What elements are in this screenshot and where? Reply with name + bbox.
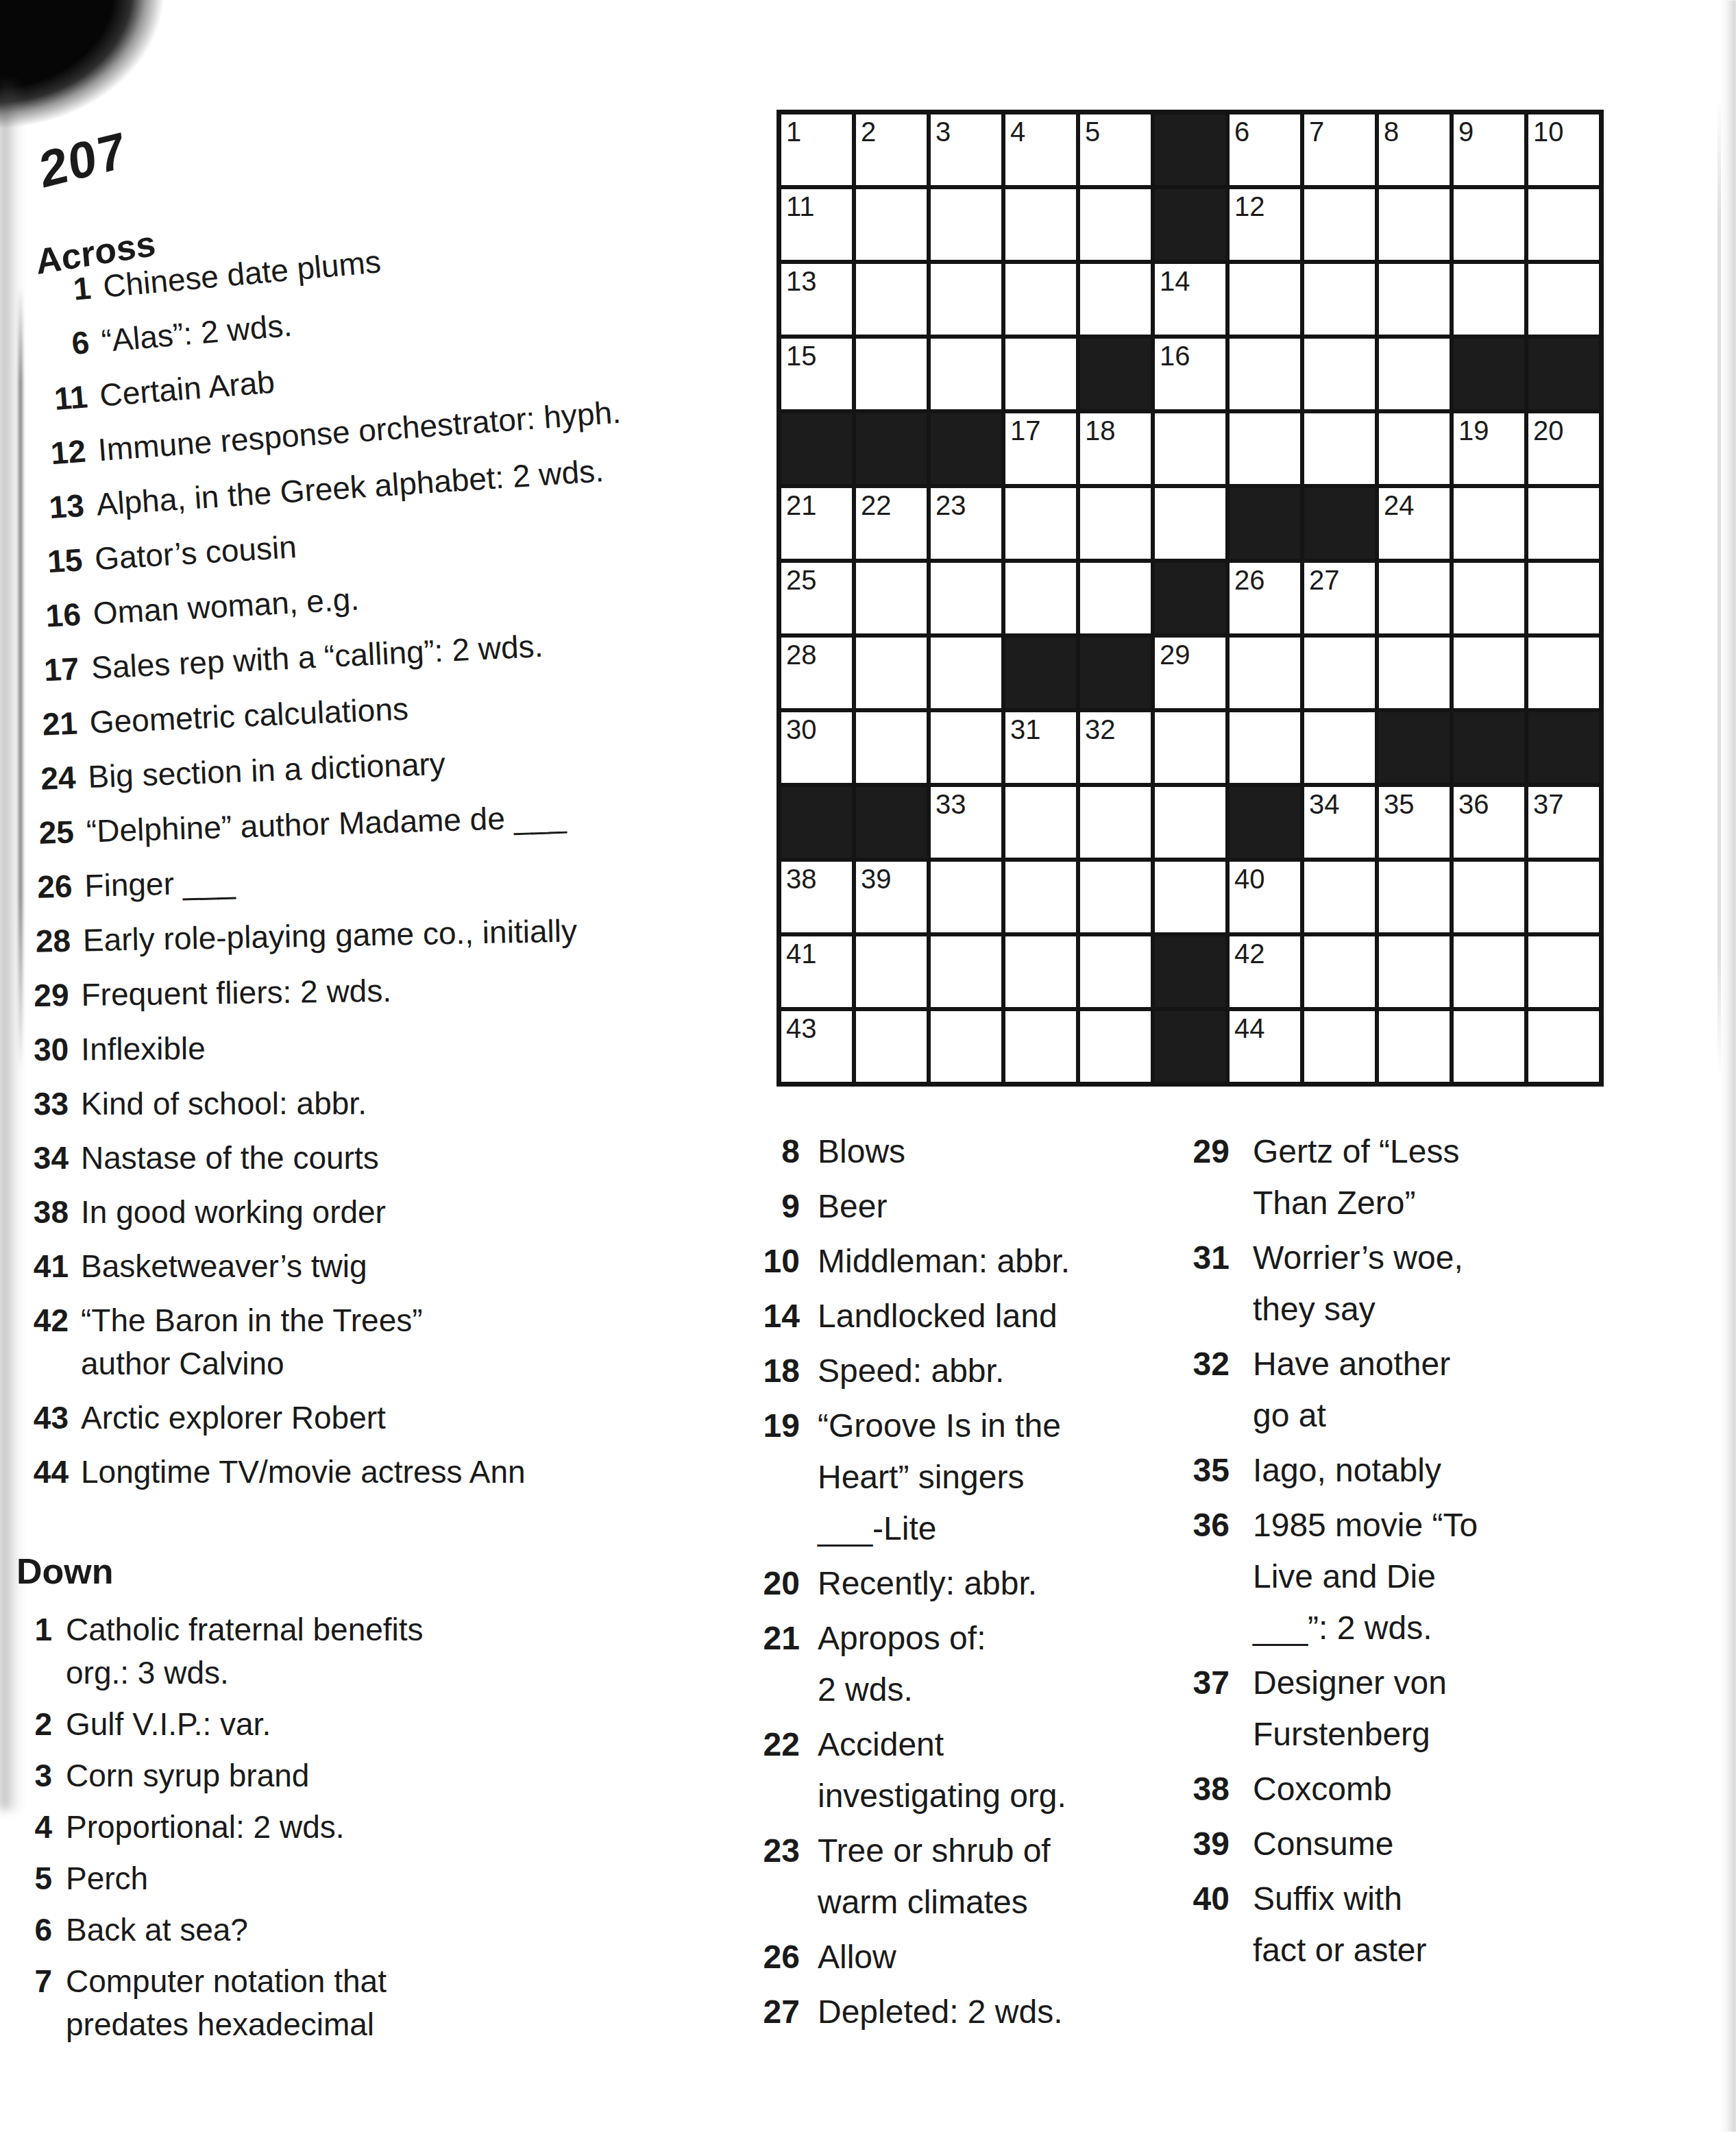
- down-clue-5: 5Perch: [16, 1857, 777, 1900]
- down-clue-22: 22Accident investigating org.: [749, 1719, 1229, 1821]
- clue-number: 44: [27, 1451, 69, 1494]
- crossword-grid: 1234567891011121314151617181920212223242…: [777, 110, 1604, 1087]
- cell-number-32: 32: [1085, 714, 1116, 745]
- down-clue-14: 14Landlocked land: [749, 1290, 1229, 1342]
- grid-cell-r12c8[interactable]: [1304, 936, 1375, 1007]
- grid-cell-r4c9[interactable]: [1379, 339, 1450, 409]
- grid-cell-r7c5[interactable]: [1080, 563, 1151, 633]
- grid-cell-r11c10[interactable]: [1454, 862, 1524, 932]
- grid-cell-r6c3[interactable]: 23: [931, 488, 1001, 559]
- grid-cell-r4c3[interactable]: [931, 339, 1001, 409]
- cell-number-31: 31: [1010, 714, 1041, 745]
- clue-number: 26: [31, 864, 73, 909]
- clue-number: 31: [1191, 1232, 1230, 1283]
- grid-cell-r7c4[interactable]: [1005, 563, 1076, 633]
- grid-cell-r3c2[interactable]: [856, 264, 927, 335]
- grid-cell-r11c4[interactable]: [1005, 862, 1076, 932]
- grid-cell-r5c11[interactable]: 20: [1528, 413, 1599, 484]
- down-clue-20: 20Recently: abbr.: [749, 1558, 1229, 1609]
- clue-number: 33: [27, 1082, 69, 1126]
- grid-cell-r12c5[interactable]: [1080, 936, 1151, 1007]
- down-clue-36: 361985 movie “To Live and Die ___”: 2 wd…: [1191, 1499, 1685, 1653]
- clue-text: Tree or shrub of warm climates: [818, 1825, 1199, 1928]
- down-clue-35: 35Iago, notably: [1191, 1444, 1685, 1496]
- grid-cell-r2c10[interactable]: [1454, 189, 1524, 260]
- grid-cell-r13c11[interactable]: [1528, 1011, 1599, 1082]
- clue-number: 35: [1191, 1444, 1230, 1496]
- clue-text: Apropos of: 2 wds.: [818, 1612, 1199, 1715]
- down-clue-10: 10Middleman: abbr.: [749, 1235, 1229, 1287]
- grid-cell-r11c7[interactable]: 40: [1230, 862, 1300, 932]
- black-cell-r5c2: [856, 413, 927, 484]
- grid-cell-r2c4[interactable]: [1005, 189, 1076, 260]
- clue-text: Landlocked land: [818, 1290, 1199, 1342]
- grid-cell-r2c7[interactable]: 12: [1230, 189, 1300, 260]
- clue-text: Suffix with fact or aster: [1253, 1873, 1650, 1976]
- clue-text: Middleman: abbr.: [818, 1235, 1199, 1287]
- grid-cell-r13c2[interactable]: [856, 1011, 927, 1082]
- grid-cell-r1c10[interactable]: 9: [1454, 114, 1524, 185]
- grid-cell-r13c1[interactable]: 43: [781, 1011, 852, 1082]
- grid-cell-r10c10[interactable]: 36: [1454, 787, 1524, 858]
- grid-cell-r7c3[interactable]: [931, 563, 1001, 633]
- grid-cell-r9c4[interactable]: 31: [1005, 712, 1076, 783]
- down-clue-18: 18Speed: abbr.: [749, 1345, 1229, 1396]
- cell-number-26: 26: [1234, 564, 1265, 596]
- cell-number-39: 39: [861, 863, 892, 895]
- clue-text: Perch: [66, 1857, 758, 1900]
- down-clue-8: 8Blows: [749, 1126, 1229, 1177]
- grid-cell-r5c8[interactable]: [1304, 413, 1375, 484]
- clue-number: 17: [37, 647, 80, 692]
- black-cell-r4c10: [1454, 339, 1524, 409]
- clue-number: 26: [749, 1931, 800, 1983]
- grid-cell-r1c5[interactable]: 5: [1080, 114, 1151, 185]
- grid-cell-r2c11[interactable]: [1528, 189, 1599, 260]
- clue-number: 16: [38, 593, 82, 638]
- clue-number: 5: [16, 1857, 52, 1900]
- black-cell-r8c4: [1005, 638, 1076, 708]
- clue-text: Gertz of “Less Than Zero”: [1253, 1126, 1650, 1228]
- down-clue-40: 40Suffix with fact or aster: [1191, 1873, 1685, 1976]
- down-clue-6: 6Back at sea?: [16, 1909, 777, 1952]
- clue-number: 42: [27, 1299, 69, 1342]
- grid-cell-r9c2[interactable]: [856, 712, 927, 783]
- clue-number: 7: [16, 1960, 52, 2003]
- grid-cell-r13c4[interactable]: [1005, 1011, 1076, 1082]
- black-cell-r13c6: [1155, 1011, 1225, 1082]
- clue-text: In good working order: [81, 1191, 773, 1234]
- grid-cell-r13c3[interactable]: [931, 1011, 1001, 1082]
- black-cell-r7c6: [1155, 563, 1225, 633]
- grid-cell-r4c7[interactable]: [1230, 339, 1300, 409]
- across-clue-43: 43Arctic explorer Robert: [27, 1396, 788, 1440]
- grid-cell-r6c6[interactable]: [1155, 488, 1225, 559]
- cell-number-23: 23: [936, 489, 966, 521]
- cell-number-2: 2: [861, 116, 876, 147]
- cell-number-5: 5: [1085, 116, 1100, 147]
- grid-cell-r10c9[interactable]: 35: [1379, 787, 1450, 858]
- cell-number-17: 17: [1010, 415, 1041, 446]
- across-clue-25: 25“Delphine” author Madame de ___: [32, 788, 794, 855]
- clue-number: 22: [749, 1719, 800, 1770]
- black-cell-r9c11: [1528, 712, 1599, 783]
- grid-cell-r8c9[interactable]: [1379, 638, 1450, 708]
- grid-cell-r6c11[interactable]: [1528, 488, 1599, 559]
- black-cell-r5c3: [931, 413, 1001, 484]
- grid-cell-r11c1[interactable]: 38: [781, 862, 852, 932]
- grid-cell-r11c2[interactable]: 39: [856, 862, 927, 932]
- clue-number: 1: [48, 267, 93, 313]
- across-clue-34: 34Nastase of the courts: [27, 1137, 788, 1180]
- grid-cell-r12c2[interactable]: [856, 936, 927, 1007]
- down-section-header: Down: [16, 1551, 114, 1592]
- clue-text: Finger ___: [84, 847, 777, 908]
- grid-cell-r13c9[interactable]: [1379, 1011, 1450, 1082]
- grid-cell-r11c11[interactable]: [1528, 862, 1599, 932]
- grid-cell-r3c11[interactable]: [1528, 264, 1599, 335]
- cell-number-24: 24: [1384, 489, 1415, 521]
- grid-cell-r7c10[interactable]: [1454, 563, 1524, 633]
- across-clue-30: 30Inflexible: [27, 1022, 788, 1071]
- cell-number-40: 40: [1234, 863, 1265, 895]
- grid-cell-r5c9[interactable]: [1379, 413, 1450, 484]
- clue-number: 41: [27, 1245, 69, 1288]
- grid-cell-r8c7[interactable]: [1230, 638, 1300, 708]
- grid-cell-r8c3[interactable]: [931, 638, 1001, 708]
- clue-text: Speed: abbr.: [818, 1345, 1199, 1396]
- black-cell-r6c7: [1230, 488, 1300, 559]
- clue-text: Blows: [818, 1126, 1199, 1177]
- grid-cell-r11c3[interactable]: [931, 862, 1001, 932]
- grid-cell-r8c6[interactable]: 29: [1155, 638, 1225, 708]
- clue-number: 38: [27, 1191, 69, 1234]
- cell-number-7: 7: [1309, 116, 1324, 147]
- clue-text: Have another go at: [1253, 1338, 1650, 1441]
- grid-cell-r10c4[interactable]: [1005, 787, 1076, 858]
- grid-cell-r8c10[interactable]: [1454, 638, 1524, 708]
- grid-cell-r7c7[interactable]: 26: [1230, 563, 1300, 633]
- black-cell-r12c6: [1155, 936, 1225, 1007]
- grid-cell-r10c11[interactable]: 37: [1528, 787, 1599, 858]
- grid-cell-r6c2[interactable]: 22: [856, 488, 927, 559]
- grid-cell-r5c5[interactable]: 18: [1080, 413, 1151, 484]
- puzzle-number: 207: [37, 120, 130, 200]
- page-right-edge-line: [1717, 96, 1721, 1076]
- clue-text: Longtime TV/movie actress Ann: [81, 1451, 773, 1494]
- grid-cell-r11c6[interactable]: [1155, 862, 1225, 932]
- grid-cell-r8c2[interactable]: [856, 638, 927, 708]
- grid-cell-r12c9[interactable]: [1379, 936, 1450, 1007]
- cell-number-29: 29: [1160, 639, 1190, 670]
- black-cell-r4c11: [1528, 339, 1599, 409]
- cell-number-16: 16: [1160, 340, 1190, 372]
- clue-number: 40: [1191, 1873, 1230, 1924]
- grid-cell-r1c11[interactable]: 10: [1528, 114, 1599, 185]
- grid-cell-r12c4[interactable]: [1005, 936, 1076, 1007]
- grid-cell-r7c8[interactable]: 27: [1304, 563, 1375, 633]
- clue-number: 21: [36, 701, 79, 747]
- page-right-edge-shading: [1720, 0, 1736, 2132]
- clue-text: Allow: [818, 1931, 1199, 1983]
- down-clue-29: 29Gertz of “Less Than Zero”: [1191, 1126, 1685, 1228]
- down-clue-32: 32Have another go at: [1191, 1338, 1685, 1441]
- grid-cell-r7c2[interactable]: [856, 563, 927, 633]
- clue-text: Early role-playing game co., initially: [82, 906, 775, 962]
- down-clue-38: 38Coxcomb: [1191, 1763, 1685, 1815]
- clue-text: Corn syrup brand: [66, 1754, 758, 1797]
- cell-number-1: 1: [786, 116, 801, 147]
- down-clue-39: 39Consume: [1191, 1818, 1685, 1869]
- black-cell-r10c2: [856, 787, 927, 858]
- grid-cell-r3c3[interactable]: [931, 264, 1001, 335]
- clue-number: 38: [1191, 1763, 1230, 1815]
- grid-cell-r10c5[interactable]: [1080, 787, 1151, 858]
- down-clue-23: 23Tree or shrub of warm climates: [749, 1825, 1229, 1928]
- clue-text: Accident investigating org.: [818, 1719, 1199, 1821]
- grid-cell-r10c6[interactable]: [1155, 787, 1225, 858]
- grid-cell-r3c6[interactable]: 14: [1155, 264, 1225, 335]
- grid-cell-r8c11[interactable]: [1528, 638, 1599, 708]
- cell-number-27: 27: [1309, 564, 1340, 596]
- clue-text: Arctic explorer Robert: [81, 1396, 773, 1440]
- grid-cell-r2c8[interactable]: [1304, 189, 1375, 260]
- clue-text: Consume: [1253, 1818, 1650, 1869]
- cell-number-14: 14: [1160, 265, 1190, 297]
- scanned-crossword-page: 207 Across Down 123456789101112131415161…: [0, 0, 1736, 2132]
- grid-cell-r1c4[interactable]: 4: [1005, 114, 1076, 185]
- down-clue-21: 21Apropos of: 2 wds.: [749, 1612, 1229, 1715]
- clue-number: 21: [749, 1612, 800, 1664]
- clue-text: Proportional: 2 wds.: [66, 1806, 758, 1849]
- clue-number: 12: [43, 430, 87, 476]
- grid-cell-r3c7[interactable]: [1230, 264, 1300, 335]
- cell-number-42: 42: [1234, 938, 1265, 969]
- clue-number: 15: [40, 538, 84, 584]
- cell-number-37: 37: [1533, 788, 1564, 820]
- clue-number: 19: [749, 1400, 800, 1451]
- clue-number: 11: [45, 375, 89, 422]
- cell-number-10: 10: [1533, 116, 1564, 147]
- black-cell-r2c6: [1155, 189, 1225, 260]
- grid-cell-r1c9[interactable]: 8: [1379, 114, 1450, 185]
- grid-cell-r7c9[interactable]: [1379, 563, 1450, 633]
- clue-text: Kind of school: abbr.: [81, 1081, 773, 1126]
- across-clue-29: 29Frequent fliers: 2 wds.: [27, 964, 789, 1017]
- across-clue-41: 41Basketweaver’s twig: [27, 1245, 788, 1288]
- down-clue-list-left: 1Catholic fraternal benefits org.: 3 wds…: [16, 1608, 777, 2055]
- clue-number: 37: [1191, 1657, 1230, 1708]
- grid-cell-r7c11[interactable]: [1528, 563, 1599, 633]
- grid-cell-r13c10[interactable]: [1454, 1011, 1524, 1082]
- grid-cell-r2c2[interactable]: [856, 189, 927, 260]
- grid-cell-r9c5[interactable]: 32: [1080, 712, 1151, 783]
- grid-cell-r2c3[interactable]: [931, 189, 1001, 260]
- clue-text: “Groove Is in the Heart” singers ___-Lit…: [818, 1400, 1199, 1554]
- grid-cell-r13c8[interactable]: [1304, 1011, 1375, 1082]
- grid-cell-r13c5[interactable]: [1080, 1011, 1151, 1082]
- down-clue-26: 26Allow: [749, 1931, 1229, 1983]
- grid-cell-r11c8[interactable]: [1304, 862, 1375, 932]
- grid-cell-r5c7[interactable]: [1230, 413, 1300, 484]
- clue-number: 32: [1191, 1338, 1230, 1390]
- cell-number-35: 35: [1384, 788, 1415, 820]
- grid-cell-r8c8[interactable]: [1304, 638, 1375, 708]
- clue-number: 8: [749, 1126, 800, 1177]
- clue-text: Beer: [818, 1180, 1199, 1232]
- clue-number: 9: [749, 1180, 800, 1232]
- cell-number-41: 41: [786, 938, 817, 969]
- grid-cell-r5c4[interactable]: 17: [1005, 413, 1076, 484]
- down-clue-2: 2Gulf V.I.P.: var.: [16, 1703, 777, 1746]
- grid-cell-r12c11[interactable]: [1528, 936, 1599, 1007]
- grid-cell-r1c7[interactable]: 6: [1230, 114, 1300, 185]
- black-cell-r9c9: [1379, 712, 1450, 783]
- clue-number: 39: [1191, 1818, 1230, 1869]
- cell-number-12: 12: [1234, 191, 1265, 222]
- clue-number: 18: [749, 1345, 800, 1396]
- across-clue-26: 26Finger ___: [31, 847, 792, 909]
- clue-number: 23: [749, 1825, 800, 1876]
- across-clue-list: 1Chinese date plums6“Alas”: 2 wds.11Cert…: [27, 270, 788, 1505]
- clue-text: Back at sea?: [66, 1909, 758, 1952]
- clue-text: “Delphine” author Madame de ___: [86, 788, 779, 853]
- grid-cell-r1c3[interactable]: 3: [931, 114, 1001, 185]
- clue-text: Recently: abbr.: [818, 1558, 1199, 1609]
- grid-cell-r9c6[interactable]: [1155, 712, 1225, 783]
- grid-cell-r3c10[interactable]: [1454, 264, 1524, 335]
- clue-number: 25: [32, 810, 75, 855]
- cell-number-20: 20: [1533, 415, 1564, 446]
- black-cell-r9c10: [1454, 712, 1524, 783]
- grid-cell-r9c7[interactable]: [1230, 712, 1300, 783]
- down-clue-31: 31Worrier’s woe, they say: [1191, 1232, 1685, 1335]
- cell-number-33: 33: [936, 788, 966, 820]
- clue-text: Gulf V.I.P.: var.: [66, 1703, 758, 1746]
- grid-cell-r5c10[interactable]: 19: [1454, 413, 1524, 484]
- grid-cell-r4c4[interactable]: [1005, 339, 1076, 409]
- down-clue-27: 27Depleted: 2 wds.: [749, 1986, 1229, 2037]
- grid-cell-r9c3[interactable]: [931, 712, 1001, 783]
- grid-cell-r6c9[interactable]: 24: [1379, 488, 1450, 559]
- grid-cell-r10c8[interactable]: 34: [1304, 787, 1375, 858]
- clue-number: 1: [16, 1608, 52, 1651]
- clue-number: 27: [749, 1986, 800, 2037]
- grid-cell-r2c9[interactable]: [1379, 189, 1450, 260]
- grid-cell-r5c6[interactable]: [1155, 413, 1225, 484]
- grid-cell-r13c7[interactable]: 44: [1230, 1011, 1300, 1082]
- clue-number: 36: [1191, 1499, 1230, 1551]
- clue-text: Catholic fraternal benefits org.: 3 wds.: [66, 1608, 758, 1695]
- down-clue-19: 19“Groove Is in the Heart” singers ___-L…: [749, 1400, 1229, 1554]
- across-clue-28: 28Early role-playing game co., initially: [29, 905, 790, 963]
- grid-cell-r6c5[interactable]: [1080, 488, 1151, 559]
- cell-number-4: 4: [1010, 116, 1025, 147]
- grid-cell-r1c1[interactable]: 1: [781, 114, 852, 185]
- grid-cell-r12c7[interactable]: 42: [1230, 936, 1300, 1007]
- clue-number: 13: [42, 484, 86, 530]
- clue-text: Depleted: 2 wds.: [818, 1986, 1199, 2037]
- cell-number-36: 36: [1458, 788, 1489, 820]
- cell-number-22: 22: [861, 489, 892, 521]
- down-clue-list-right: 29Gertz of “Less Than Zero”31Worrier’s w…: [1191, 1126, 1685, 1979]
- clue-number: 6: [47, 321, 91, 367]
- cell-number-6: 6: [1234, 116, 1249, 147]
- clue-number: 4: [16, 1806, 52, 1849]
- cell-number-44: 44: [1234, 1013, 1265, 1044]
- across-clue-44: 44Longtime TV/movie actress Ann: [27, 1451, 788, 1494]
- grid-cell-r4c6[interactable]: 16: [1155, 339, 1225, 409]
- grid-cell-r4c8[interactable]: [1304, 339, 1375, 409]
- clue-text: “The Baron in the Trees” author Calvino: [81, 1299, 773, 1385]
- clue-number: 10: [749, 1235, 800, 1287]
- grid-cell-r4c2[interactable]: [856, 339, 927, 409]
- black-cell-r10c7: [1230, 787, 1300, 858]
- clue-text: Designer von Furstenberg: [1253, 1657, 1650, 1760]
- grid-cell-r2c5[interactable]: [1080, 189, 1151, 260]
- clue-number: 30: [27, 1028, 69, 1071]
- black-cell-r6c8: [1304, 488, 1375, 559]
- clue-number: 29: [1191, 1126, 1230, 1177]
- grid-cell-r6c4[interactable]: [1005, 488, 1076, 559]
- grid-cell-r3c9[interactable]: [1379, 264, 1450, 335]
- grid-cell-r11c9[interactable]: [1379, 862, 1450, 932]
- grid-cell-r9c8[interactable]: [1304, 712, 1375, 783]
- down-clue-37: 37Designer von Furstenberg: [1191, 1657, 1685, 1760]
- across-clue-42: 42“The Baron in the Trees” author Calvin…: [27, 1299, 788, 1385]
- clue-text: Inflexible: [81, 1023, 773, 1071]
- black-cell-r1c6: [1155, 114, 1225, 185]
- clue-text: 1985 movie “To Live and Die ___”: 2 wds.: [1253, 1499, 1650, 1653]
- down-clue-7: 7Computer notation that predates hexadec…: [16, 1960, 777, 2046]
- cell-number-18: 18: [1085, 415, 1116, 446]
- clue-text: Iago, notably: [1253, 1444, 1650, 1496]
- grid-cell-r11c5[interactable]: [1080, 862, 1151, 932]
- down-clue-9: 9Beer: [749, 1180, 1229, 1232]
- clue-text: Frequent fliers: 2 wds.: [81, 964, 774, 1017]
- clue-text: Big section in a dictionary: [87, 729, 781, 799]
- clue-number: 20: [749, 1558, 800, 1609]
- page-curl-shadow: [19, 288, 23, 1069]
- grid-cell-r6c10[interactable]: [1454, 488, 1524, 559]
- black-cell-r4c5: [1080, 339, 1151, 409]
- grid-cell-r12c1[interactable]: 41: [781, 936, 852, 1007]
- across-clue-33: 33Kind of school: abbr.: [27, 1081, 788, 1126]
- clue-number: 6: [16, 1909, 52, 1952]
- cell-number-3: 3: [936, 116, 951, 147]
- grid-cell-r12c10[interactable]: [1454, 936, 1524, 1007]
- clue-text: Coxcomb: [1253, 1763, 1650, 1815]
- clue-number: 34: [27, 1137, 69, 1180]
- clue-text: Nastase of the courts: [81, 1137, 773, 1180]
- down-clue-1: 1Catholic fraternal benefits org.: 3 wds…: [16, 1608, 777, 1695]
- clue-text: Worrier’s woe, they say: [1253, 1232, 1650, 1335]
- clue-text: Basketweaver’s twig: [81, 1245, 773, 1288]
- grid-cell-r12c3[interactable]: [931, 936, 1001, 1007]
- clue-number: 14: [749, 1290, 800, 1342]
- across-clue-38: 38In good working order: [27, 1191, 788, 1234]
- down-clue-4: 4Proportional: 2 wds.: [16, 1806, 777, 1849]
- clue-number: 3: [16, 1754, 52, 1797]
- grid-cell-r3c5[interactable]: [1080, 264, 1151, 335]
- grid-cell-r10c3[interactable]: 33: [931, 787, 1001, 858]
- clue-number: 2: [16, 1703, 52, 1746]
- grid-cell-r1c8[interactable]: 7: [1304, 114, 1375, 185]
- grid-cell-r3c4[interactable]: [1005, 264, 1076, 335]
- grid-cell-r1c2[interactable]: 2: [856, 114, 927, 185]
- cell-number-8: 8: [1384, 116, 1399, 147]
- grid-cell-r3c8[interactable]: [1304, 264, 1375, 335]
